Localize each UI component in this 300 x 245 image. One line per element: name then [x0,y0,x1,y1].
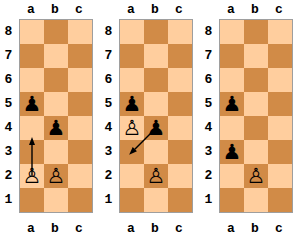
square-b2: ♙ [244,164,268,188]
file-label-c: c [267,216,291,240]
square-a4 [20,116,44,140]
square-b1 [144,188,168,212]
square-a1 [120,188,144,212]
file-labels-bottom: abc [119,216,191,240]
rank-label-7: 7 [200,44,217,68]
white-pawn: ♙ [44,164,68,188]
file-labels-top: abc [19,0,91,19]
board-black-captures-en-passant: abc 87654321 ♟♙♟♙ abc [100,0,200,245]
square-a5: ♟ [220,92,244,116]
square-c5 [268,92,292,116]
square-c6 [268,68,292,92]
square-b5 [44,92,68,116]
file-label-c: c [167,0,191,19]
square-a3 [120,140,144,164]
square-c8 [68,20,92,44]
square-b6 [44,68,68,92]
rank-labels: 87654321 [0,20,17,212]
file-label-b: b [43,216,67,240]
square-a2: ♙ [20,164,44,188]
square-b1 [244,188,268,212]
black-pawn: ♟ [120,92,144,116]
file-label-a: a [19,0,43,19]
square-b5 [244,92,268,116]
file-label-b: b [243,216,267,240]
square-c6 [68,68,92,92]
board-grid: ♟♟♙♙ [20,20,92,212]
square-b8 [44,20,68,44]
file-labels-bottom: abc [219,216,291,240]
square-c8 [268,20,292,44]
square-a3: ♟ [220,140,244,164]
square-c3 [68,140,92,164]
rank-label-1: 1 [100,188,117,212]
square-c3 [168,140,192,164]
rank-label-8: 8 [0,20,17,44]
square-c4 [268,116,292,140]
rank-label-1: 1 [200,188,217,212]
file-label-b: b [243,0,267,19]
rank-label-2: 2 [0,164,17,188]
square-a7 [120,44,144,68]
white-pawn: ♙ [144,164,168,188]
square-a7 [220,44,244,68]
square-a2 [220,164,244,188]
square-a4: ♙ [120,116,144,140]
square-b4 [244,116,268,140]
square-c7 [68,44,92,68]
square-c1 [268,188,292,212]
rank-label-2: 2 [100,164,117,188]
file-label-c: c [67,216,91,240]
square-b6 [144,68,168,92]
rank-label-8: 8 [100,20,117,44]
file-label-a: a [119,216,143,240]
board-position-after-en-passant: abc 87654321 ♟♟♙ abc [200,0,300,245]
white-pawn: ♙ [20,164,44,188]
rank-label-6: 6 [200,68,217,92]
rank-label-3: 3 [100,140,117,164]
square-c4 [68,116,92,140]
file-label-c: c [167,216,191,240]
square-a1 [220,188,244,212]
square-c5 [168,92,192,116]
square-a5: ♟ [20,92,44,116]
rank-label-1: 1 [0,188,17,212]
square-b1 [44,188,68,212]
square-c2 [268,164,292,188]
square-b8 [144,20,168,44]
file-label-b: b [43,0,67,19]
file-label-a: a [219,0,243,19]
square-a4 [220,116,244,140]
square-a6 [220,68,244,92]
board-grid: ♟♟♙ [220,20,292,212]
square-c1 [68,188,92,212]
en-passant-diagram: abc 87654321 ♟♟♙♙ abc abc 87654321 ♟♙♟♙ … [0,0,300,245]
square-b6 [244,68,268,92]
square-a8 [20,20,44,44]
chess-board: ♟♟♙ [219,19,293,213]
file-label-c: c [67,0,91,19]
black-pawn: ♟ [44,116,68,140]
square-c7 [168,44,192,68]
square-b5 [144,92,168,116]
square-b4: ♟ [144,116,168,140]
file-labels-top: abc [219,0,291,19]
rank-label-3: 3 [200,140,217,164]
square-a8 [220,20,244,44]
square-b2: ♙ [144,164,168,188]
square-c3 [268,140,292,164]
rank-label-5: 5 [100,92,117,116]
rank-label-4: 4 [200,116,217,140]
file-label-a: a [19,216,43,240]
square-b7 [44,44,68,68]
square-a7 [20,44,44,68]
file-labels-top: abc [119,0,191,19]
square-c6 [168,68,192,92]
square-c2 [168,164,192,188]
rank-label-8: 8 [200,20,217,44]
square-a1 [20,188,44,212]
board-white-pawn-double-step: abc 87654321 ♟♟♙♙ abc [0,0,100,245]
board-grid: ♟♙♟♙ [120,20,192,212]
rank-labels: 87654321 [200,20,217,212]
square-b3 [44,140,68,164]
rank-label-7: 7 [100,44,117,68]
black-pawn: ♟ [144,116,168,140]
square-a6 [20,68,44,92]
square-a2 [120,164,144,188]
square-b4: ♟ [44,116,68,140]
square-a8 [120,20,144,44]
rank-label-5: 5 [0,92,17,116]
file-label-b: b [143,216,167,240]
rank-label-6: 6 [0,68,17,92]
rank-labels: 87654321 [100,20,117,212]
black-pawn: ♟ [220,140,244,164]
file-label-c: c [267,0,291,19]
square-c7 [268,44,292,68]
square-c2 [68,164,92,188]
file-labels-bottom: abc [19,216,91,240]
black-pawn: ♟ [20,92,44,116]
square-a3 [20,140,44,164]
rank-label-2: 2 [200,164,217,188]
white-pawn: ♙ [120,116,144,140]
square-c4 [168,116,192,140]
chess-board: ♟♟♙♙ [19,19,93,213]
square-b7 [144,44,168,68]
rank-label-7: 7 [0,44,17,68]
square-a5: ♟ [120,92,144,116]
square-b8 [244,20,268,44]
file-label-a: a [119,0,143,19]
file-label-a: a [219,216,243,240]
square-b3 [244,140,268,164]
square-b7 [244,44,268,68]
square-b2: ♙ [44,164,68,188]
rank-label-4: 4 [0,116,17,140]
black-pawn: ♟ [220,92,244,116]
square-c5 [68,92,92,116]
white-pawn: ♙ [244,164,268,188]
square-c1 [168,188,192,212]
chess-board: ♟♙♟♙ [119,19,193,213]
rank-label-4: 4 [100,116,117,140]
rank-label-6: 6 [100,68,117,92]
square-a6 [120,68,144,92]
file-label-b: b [143,0,167,19]
square-c8 [168,20,192,44]
rank-label-3: 3 [0,140,17,164]
rank-label-5: 5 [200,92,217,116]
square-b3 [144,140,168,164]
